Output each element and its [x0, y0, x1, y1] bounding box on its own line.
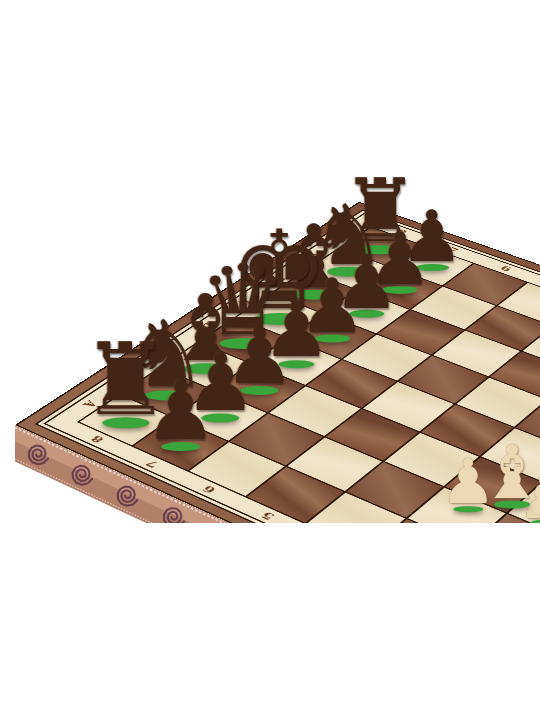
board-photo-crop: AABBCCDDEEFFGGHH8877665544332211 ♜♞♝♛♚♝♞… — [0, 0, 540, 523]
product-photo: AABBCCDDEEFFGGHH8877665544332211 ♜♞♝♛♚♝♞… — [0, 0, 540, 720]
carved-side-face — [0, 0, 540, 523]
